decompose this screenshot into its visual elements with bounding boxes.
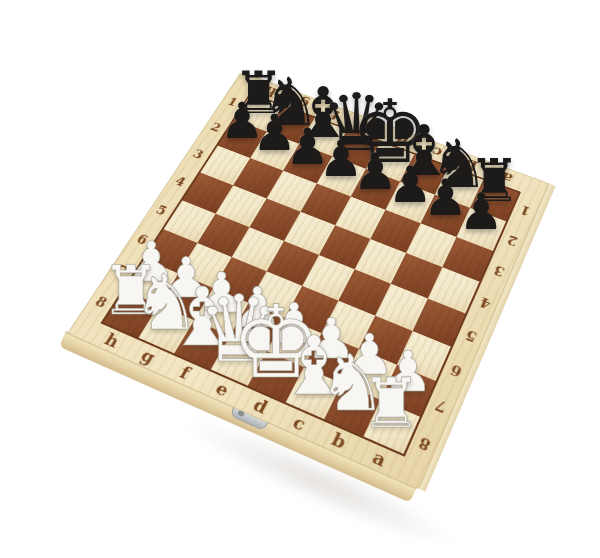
chessboard: hgfedcba 12345678 12345678 hgfedcba — [67, 72, 549, 491]
product-photo-stage: hgfedcba 12345678 12345678 hgfedcba ♜♞♝♚… — [0, 0, 600, 558]
